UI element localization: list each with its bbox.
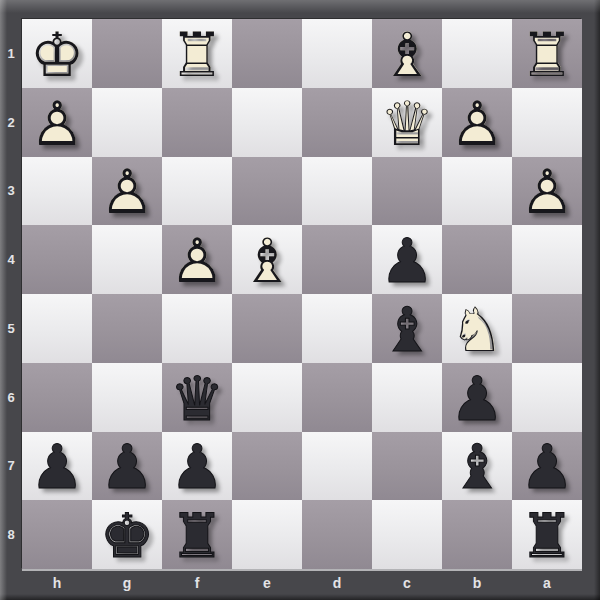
piece-fill-glyph: ♟	[450, 368, 505, 429]
rank-label-6: 6	[0, 363, 22, 432]
white-knight-icon[interactable]: ♞♘	[450, 299, 505, 360]
piece-fill-glyph: ♟	[380, 230, 435, 291]
square-h2[interactable]: ♟♙	[22, 88, 92, 157]
piece-outline-glyph: ♘	[450, 299, 505, 360]
square-a4[interactable]	[512, 225, 582, 294]
square-e5[interactable]	[232, 294, 302, 363]
rank-label-3: 3	[0, 157, 22, 226]
square-d2[interactable]	[302, 88, 372, 157]
white-king-icon[interactable]: ♚♔	[30, 24, 85, 85]
piece-outline-glyph: ♙	[170, 230, 225, 291]
piece-outline-glyph: ♙	[100, 161, 155, 222]
black-bishop-icon[interactable]: ♝	[380, 299, 435, 360]
square-b8[interactable]	[442, 500, 512, 569]
white-pawn-icon[interactable]: ♟♙	[100, 161, 155, 222]
black-pawn-icon[interactable]: ♟	[30, 436, 85, 497]
square-a1[interactable]: ♜♖	[512, 19, 582, 88]
rank-label-7: 7	[0, 432, 22, 501]
square-c7[interactable]	[372, 432, 442, 501]
square-h1[interactable]: ♚♔	[22, 19, 92, 88]
square-c2[interactable]: ♛♕	[372, 88, 442, 157]
piece-outline-glyph: ♙	[450, 93, 505, 154]
chess-board: ♚♔♜♖♝♗♜♖♟♙♛♕♟♙♟♙♟♙♟♙♝♗♟♝♞♘♛♟♟♟♟♝♟♚♜♜	[22, 19, 582, 569]
square-d3[interactable]	[302, 157, 372, 226]
square-e6[interactable]	[232, 363, 302, 432]
square-g2[interactable]	[92, 88, 162, 157]
rank-label-5: 5	[0, 294, 22, 363]
square-h6[interactable]	[22, 363, 92, 432]
square-h3[interactable]	[22, 157, 92, 226]
square-d7[interactable]	[302, 432, 372, 501]
piece-fill-glyph: ♟	[100, 436, 155, 497]
black-pawn-icon[interactable]: ♟	[380, 230, 435, 291]
square-a5[interactable]	[512, 294, 582, 363]
square-e7[interactable]	[232, 432, 302, 501]
white-pawn-icon[interactable]: ♟♙	[450, 93, 505, 154]
piece-fill-glyph: ♟	[30, 436, 85, 497]
square-a3[interactable]: ♟♙	[512, 157, 582, 226]
white-queen-icon[interactable]: ♛♕	[380, 93, 435, 154]
square-f3[interactable]	[162, 157, 232, 226]
piece-outline-glyph: ♖	[170, 24, 225, 85]
rank-labels: 12345678	[0, 19, 22, 569]
square-h7[interactable]: ♟	[22, 432, 92, 501]
square-d8[interactable]	[302, 500, 372, 569]
square-f1[interactable]: ♜♖	[162, 19, 232, 88]
black-king-icon[interactable]: ♚	[100, 505, 155, 566]
square-f5[interactable]	[162, 294, 232, 363]
white-pawn-icon[interactable]: ♟♙	[520, 161, 575, 222]
square-b2[interactable]: ♟♙	[442, 88, 512, 157]
piece-outline-glyph: ♙	[30, 93, 85, 154]
black-queen-icon[interactable]: ♛	[170, 368, 225, 429]
square-f6[interactable]: ♛	[162, 363, 232, 432]
rank-label-1: 1	[0, 19, 22, 88]
square-e8[interactable]	[232, 500, 302, 569]
square-g3[interactable]: ♟♙	[92, 157, 162, 226]
square-b1[interactable]	[442, 19, 512, 88]
square-b6[interactable]: ♟	[442, 363, 512, 432]
square-e4[interactable]: ♝♗	[232, 225, 302, 294]
piece-fill-glyph: ♚	[100, 505, 155, 566]
square-d4[interactable]	[302, 225, 372, 294]
square-f7[interactable]: ♟	[162, 432, 232, 501]
square-c3[interactable]	[372, 157, 442, 226]
square-g8[interactable]: ♚	[92, 500, 162, 569]
rank-label-2: 2	[0, 88, 22, 157]
square-c5[interactable]: ♝	[372, 294, 442, 363]
square-b4[interactable]	[442, 225, 512, 294]
black-pawn-icon[interactable]: ♟	[450, 368, 505, 429]
black-rook-icon[interactable]: ♜	[170, 505, 225, 566]
white-bishop-icon[interactable]: ♝♗	[240, 230, 295, 291]
square-g1[interactable]	[92, 19, 162, 88]
square-c1[interactable]: ♝♗	[372, 19, 442, 88]
file-label-f: f	[162, 569, 232, 600]
piece-outline-glyph: ♗	[380, 24, 435, 85]
piece-fill-glyph: ♟	[520, 436, 575, 497]
piece-outline-glyph: ♖	[520, 24, 575, 85]
piece-outline-glyph: ♔	[30, 24, 85, 85]
square-b5[interactable]: ♞♘	[442, 294, 512, 363]
piece-outline-glyph: ♗	[240, 230, 295, 291]
square-e3[interactable]	[232, 157, 302, 226]
square-b7[interactable]: ♝	[442, 432, 512, 501]
square-c4[interactable]: ♟	[372, 225, 442, 294]
piece-fill-glyph: ♜	[520, 505, 575, 566]
square-e2[interactable]	[232, 88, 302, 157]
square-c8[interactable]	[372, 500, 442, 569]
black-rook-icon[interactable]: ♜	[520, 505, 575, 566]
piece-fill-glyph: ♛	[170, 368, 225, 429]
square-d5[interactable]	[302, 294, 372, 363]
square-h8[interactable]	[22, 500, 92, 569]
file-label-a: a	[512, 569, 582, 600]
rank-label-8: 8	[0, 500, 22, 569]
piece-fill-glyph: ♝	[450, 436, 505, 497]
piece-fill-glyph: ♟	[170, 436, 225, 497]
square-g4[interactable]	[92, 225, 162, 294]
square-e1[interactable]	[232, 19, 302, 88]
file-label-c: c	[372, 569, 442, 600]
square-a6[interactable]	[512, 363, 582, 432]
white-bishop-icon[interactable]: ♝♗	[380, 24, 435, 85]
piece-outline-glyph: ♕	[380, 93, 435, 154]
square-c6[interactable]	[372, 363, 442, 432]
square-d1[interactable]	[302, 19, 372, 88]
square-a7[interactable]: ♟	[512, 432, 582, 501]
piece-fill-glyph: ♝	[380, 299, 435, 360]
square-h5[interactable]	[22, 294, 92, 363]
black-pawn-icon[interactable]: ♟	[100, 436, 155, 497]
file-labels: hgfedcba	[22, 569, 582, 600]
black-pawn-icon[interactable]: ♟	[520, 436, 575, 497]
rank-label-4: 4	[0, 225, 22, 294]
square-f4[interactable]: ♟♙	[162, 225, 232, 294]
piece-fill-glyph: ♜	[170, 505, 225, 566]
square-a2[interactable]	[512, 88, 582, 157]
white-pawn-icon[interactable]: ♟♙	[170, 230, 225, 291]
white-rook-icon[interactable]: ♜♖	[520, 24, 575, 85]
board-frame: 12345678 ♚♔♜♖♝♗♜♖♟♙♛♕♟♙♟♙♟♙♟♙♝♗♟♝♞♘♛♟♟♟♟…	[0, 0, 600, 600]
square-f8[interactable]: ♜	[162, 500, 232, 569]
square-f2[interactable]	[162, 88, 232, 157]
file-label-g: g	[92, 569, 162, 600]
square-g5[interactable]	[92, 294, 162, 363]
square-b3[interactable]	[442, 157, 512, 226]
piece-outline-glyph: ♙	[520, 161, 575, 222]
square-g6[interactable]	[92, 363, 162, 432]
white-rook-icon[interactable]: ♜♖	[170, 24, 225, 85]
white-pawn-icon[interactable]: ♟♙	[30, 93, 85, 154]
square-h4[interactable]	[22, 225, 92, 294]
file-label-d: d	[302, 569, 372, 600]
file-label-e: e	[232, 569, 302, 600]
file-label-b: b	[442, 569, 512, 600]
square-g7[interactable]: ♟	[92, 432, 162, 501]
black-bishop-icon[interactable]: ♝	[450, 436, 505, 497]
file-label-h: h	[22, 569, 92, 600]
black-pawn-icon[interactable]: ♟	[170, 436, 225, 497]
square-a8[interactable]: ♜	[512, 500, 582, 569]
square-d6[interactable]	[302, 363, 372, 432]
